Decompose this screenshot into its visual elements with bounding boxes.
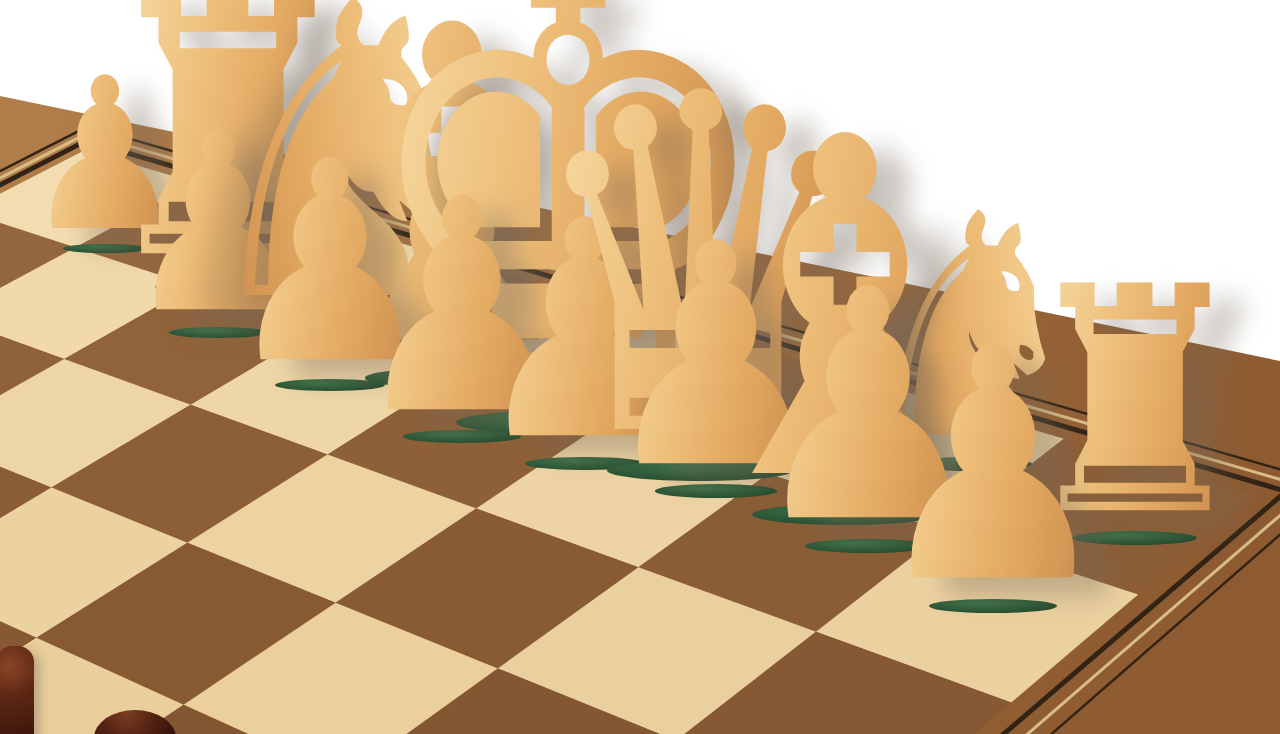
offboard-dark-piece-finial	[0, 646, 34, 734]
chess-board[interactable]	[0, 0, 1280, 734]
chess-product-photo: ♟♜♟♞♝♟♚♟♟♞♛♟♝♜♟♟	[0, 0, 1280, 734]
